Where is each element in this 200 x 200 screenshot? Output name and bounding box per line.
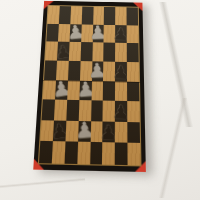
square-h8[interactable] bbox=[127, 7, 138, 25]
square-d6[interactable] bbox=[80, 42, 92, 61]
square-b8[interactable] bbox=[59, 6, 71, 24]
square-h6[interactable] bbox=[127, 43, 139, 62]
square-d4[interactable]: ♟ bbox=[79, 80, 92, 100]
square-c6[interactable] bbox=[69, 42, 81, 61]
square-f2[interactable]: ♟ bbox=[103, 121, 116, 143]
square-a1[interactable] bbox=[39, 141, 53, 163]
square-g6[interactable] bbox=[115, 43, 127, 62]
square-b1[interactable] bbox=[52, 142, 66, 164]
square-g5[interactable]: ♟ bbox=[115, 62, 127, 82]
square-d2[interactable]: ♟ bbox=[78, 121, 91, 143]
square-a5[interactable] bbox=[44, 60, 57, 80]
square-f4[interactable] bbox=[103, 81, 115, 101]
square-g8[interactable] bbox=[115, 7, 126, 25]
chessboard: ♟♟♟♟♟♟♟♟♟♟♟♟ bbox=[33, 1, 146, 172]
square-h3[interactable] bbox=[127, 101, 139, 122]
square-b2[interactable]: ♟ bbox=[53, 120, 66, 142]
table-shadow-line-bottom-left bbox=[0, 172, 85, 194]
square-f1[interactable] bbox=[102, 143, 115, 165]
square-e7[interactable]: ♟ bbox=[92, 24, 104, 42]
board-grid: ♟♟♟♟♟♟♟♟♟♟♟♟ bbox=[38, 5, 142, 166]
square-a7[interactable] bbox=[46, 23, 58, 41]
square-a3[interactable] bbox=[42, 99, 55, 120]
square-g3[interactable]: ♟ bbox=[115, 101, 127, 122]
square-d1[interactable] bbox=[77, 142, 90, 164]
square-e4[interactable] bbox=[91, 81, 103, 101]
square-g1[interactable] bbox=[115, 143, 128, 165]
square-g7[interactable]: ♟ bbox=[115, 25, 127, 43]
square-c1[interactable] bbox=[64, 142, 77, 164]
square-h7[interactable] bbox=[127, 25, 139, 43]
table-shadow-line-right-upper bbox=[148, 2, 200, 127]
square-c5[interactable] bbox=[68, 61, 80, 81]
square-b3[interactable] bbox=[54, 100, 67, 121]
table-shadow-line-right-lower bbox=[146, 98, 200, 198]
board-frame: ♟♟♟♟♟♟♟♟♟♟♟♟ bbox=[33, 1, 146, 172]
square-c7[interactable]: ♟ bbox=[69, 24, 81, 42]
square-e1[interactable] bbox=[90, 142, 103, 164]
table-photo: ♟♟♟♟♟♟♟♟♟♟♟♟ bbox=[0, 0, 200, 200]
square-h5[interactable] bbox=[127, 62, 139, 82]
square-b6[interactable]: ♟ bbox=[57, 42, 69, 61]
square-g2[interactable] bbox=[115, 122, 127, 144]
square-h4[interactable] bbox=[127, 81, 139, 101]
square-g4[interactable] bbox=[115, 81, 127, 101]
square-a8[interactable] bbox=[47, 6, 59, 24]
square-h1[interactable] bbox=[128, 143, 141, 165]
square-b4[interactable]: ♟ bbox=[55, 80, 68, 100]
square-h2[interactable] bbox=[127, 122, 140, 144]
